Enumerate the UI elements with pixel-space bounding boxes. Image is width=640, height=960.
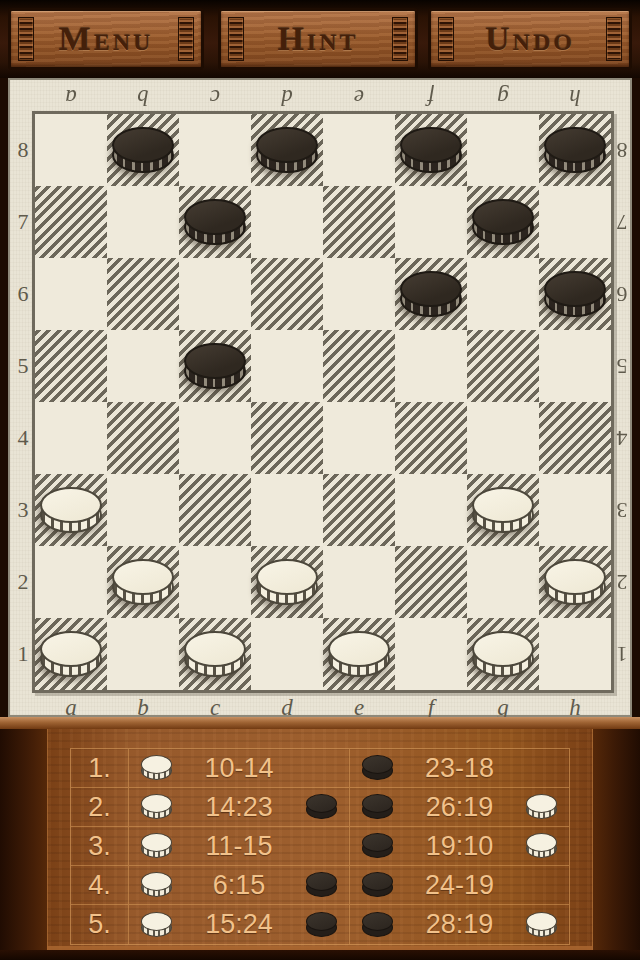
square-c7[interactable] xyxy=(179,186,251,258)
white-move-text: 6:15 xyxy=(172,870,306,901)
square-f4[interactable] xyxy=(395,402,467,474)
white-checker-piece[interactable] xyxy=(472,631,534,677)
black-checker-icon xyxy=(306,912,337,938)
square-d6[interactable] xyxy=(251,258,323,330)
white-checker-piece[interactable] xyxy=(112,559,174,605)
square-f8[interactable] xyxy=(395,114,467,186)
square-h3 xyxy=(539,474,611,546)
move-number: 2. xyxy=(71,788,129,827)
white-move-cell: 10-14 xyxy=(129,749,350,788)
black-checker-piece[interactable] xyxy=(184,343,246,389)
black-move-cell: 23-18 xyxy=(350,749,569,788)
square-e1[interactable] xyxy=(323,618,395,690)
square-c6 xyxy=(179,258,251,330)
coordinate-label: 2 xyxy=(612,546,632,618)
coordinate-label: f xyxy=(395,83,467,111)
coordinate-label: b xyxy=(107,83,179,111)
square-a7[interactable] xyxy=(35,186,107,258)
square-e2 xyxy=(323,546,395,618)
panel-right-trim xyxy=(593,729,640,950)
square-d8[interactable] xyxy=(251,114,323,186)
button-ornament-icon xyxy=(392,17,408,61)
coordinate-label: g xyxy=(467,83,539,111)
black-checker-piece[interactable] xyxy=(112,127,174,173)
square-c5[interactable] xyxy=(179,330,251,402)
black-move-cell: 19:10 xyxy=(350,827,569,866)
black-checker-icon xyxy=(362,872,393,898)
white-move-text: 14:23 xyxy=(172,792,306,823)
square-a5[interactable] xyxy=(35,330,107,402)
white-move-text: 11-15 xyxy=(172,831,306,862)
white-checker-icon xyxy=(141,912,172,938)
square-a3[interactable] xyxy=(35,474,107,546)
square-f1 xyxy=(395,618,467,690)
white-checker-piece[interactable] xyxy=(40,487,102,533)
button-ornament-icon xyxy=(18,17,34,61)
coordinate-label: 8 xyxy=(13,114,33,186)
square-h2[interactable] xyxy=(539,546,611,618)
file-labels-top: abcdefgh xyxy=(35,83,611,111)
coordinate-label: 6 xyxy=(13,258,33,330)
black-move-text: 24-19 xyxy=(393,870,526,901)
menu-button[interactable]: Menu xyxy=(8,8,204,70)
square-e6 xyxy=(323,258,395,330)
black-checker-icon xyxy=(362,755,393,781)
square-a4 xyxy=(35,402,107,474)
square-b1 xyxy=(107,618,179,690)
move-number: 3. xyxy=(71,827,129,866)
coordinate-label: 6 xyxy=(612,258,632,330)
board-frame xyxy=(32,111,614,693)
black-move-cell: 26:19 xyxy=(350,788,569,827)
square-g4 xyxy=(467,402,539,474)
square-g7[interactable] xyxy=(467,186,539,258)
square-e7[interactable] xyxy=(323,186,395,258)
square-d5 xyxy=(251,330,323,402)
square-h6[interactable] xyxy=(539,258,611,330)
black-checker-piece[interactable] xyxy=(400,127,462,173)
coordinate-label: e xyxy=(323,83,395,111)
button-ornament-icon xyxy=(178,17,194,61)
square-h4[interactable] xyxy=(539,402,611,474)
square-a8 xyxy=(35,114,107,186)
square-g3[interactable] xyxy=(467,474,539,546)
button-ornament-icon xyxy=(438,17,454,61)
white-checker-piece[interactable] xyxy=(40,631,102,677)
toolbar: Menu Hint Undo xyxy=(0,0,640,78)
move-number: 5. xyxy=(71,905,129,944)
square-b3 xyxy=(107,474,179,546)
square-f6[interactable] xyxy=(395,258,467,330)
white-checker-icon xyxy=(141,833,172,859)
coordinate-label: 1 xyxy=(612,618,632,690)
square-b8[interactable] xyxy=(107,114,179,186)
square-f7 xyxy=(395,186,467,258)
square-g8 xyxy=(467,114,539,186)
black-checker-piece[interactable] xyxy=(184,199,246,245)
black-checker-icon xyxy=(306,794,337,820)
white-checker-piece[interactable] xyxy=(256,559,318,605)
move-number: 1. xyxy=(71,749,129,788)
white-move-cell: 11-15 xyxy=(129,827,350,866)
coordinate-label: 5 xyxy=(612,330,632,402)
square-c8 xyxy=(179,114,251,186)
square-d1 xyxy=(251,618,323,690)
black-move-text: 19:10 xyxy=(393,831,526,862)
coordinate-label: d xyxy=(251,83,323,111)
board-grid xyxy=(35,114,611,690)
coordinate-label: 5 xyxy=(13,330,33,402)
square-b4[interactable] xyxy=(107,402,179,474)
square-a6 xyxy=(35,258,107,330)
square-c4 xyxy=(179,402,251,474)
black-checker-piece[interactable] xyxy=(472,199,534,245)
square-f3 xyxy=(395,474,467,546)
app-screen: Menu Hint Undo abcdefgh abcdefgh 8765432… xyxy=(0,0,640,960)
square-d7 xyxy=(251,186,323,258)
white-checker-piece[interactable] xyxy=(544,559,606,605)
white-move-text: 10-14 xyxy=(172,753,306,784)
white-checker-icon xyxy=(141,872,172,898)
coordinate-label: h xyxy=(539,83,611,111)
black-move-cell: 24-19 xyxy=(350,866,569,905)
square-g6 xyxy=(467,258,539,330)
black-checker-icon xyxy=(306,872,337,898)
black-move-cell: 28:19 xyxy=(350,905,569,944)
square-d3 xyxy=(251,474,323,546)
move-list-table: 1.10-1423-182.14:2326:193.11-1519:104.6:… xyxy=(70,748,570,945)
black-checker-piece[interactable] xyxy=(256,127,318,173)
white-checker-icon xyxy=(526,912,557,938)
square-d2[interactable] xyxy=(251,546,323,618)
undo-button-label: Undo xyxy=(431,11,629,67)
square-g2 xyxy=(467,546,539,618)
square-h7 xyxy=(539,186,611,258)
board-panel: abcdefgh abcdefgh 87654321 87654321 xyxy=(8,78,632,717)
move-history-panel: 1.10-1423-182.14:2326:193.11-1519:104.6:… xyxy=(0,717,640,960)
white-checker-icon xyxy=(141,794,172,820)
square-h1 xyxy=(539,618,611,690)
coordinate-label: 1 xyxy=(13,618,33,690)
black-checker-piece[interactable] xyxy=(400,271,462,317)
square-a2 xyxy=(35,546,107,618)
black-checker-icon xyxy=(362,833,393,859)
black-checker-icon xyxy=(362,912,393,938)
panel-top-trim xyxy=(0,717,640,729)
square-c3[interactable] xyxy=(179,474,251,546)
square-g5[interactable] xyxy=(467,330,539,402)
square-g1[interactable] xyxy=(467,618,539,690)
square-c2 xyxy=(179,546,251,618)
black-checker-piece[interactable] xyxy=(544,271,606,317)
white-checker-piece[interactable] xyxy=(328,631,390,677)
coordinate-label: 7 xyxy=(612,186,632,258)
square-b7 xyxy=(107,186,179,258)
coordinate-label: 4 xyxy=(612,402,632,474)
square-c1[interactable] xyxy=(179,618,251,690)
white-move-cell: 15:24 xyxy=(129,905,350,944)
coordinate-label: 4 xyxy=(13,402,33,474)
white-checker-icon xyxy=(141,755,172,781)
square-f2[interactable] xyxy=(395,546,467,618)
coordinate-label: 2 xyxy=(13,546,33,618)
square-e4 xyxy=(323,402,395,474)
square-h5 xyxy=(539,330,611,402)
square-a1[interactable] xyxy=(35,618,107,690)
panel-left-trim xyxy=(0,729,47,950)
button-ornament-icon xyxy=(228,17,244,61)
square-f5 xyxy=(395,330,467,402)
white-checker-icon xyxy=(526,833,557,859)
screen-bottom-edge xyxy=(0,950,640,960)
black-move-text: 23-18 xyxy=(393,753,526,784)
black-move-text: 28:19 xyxy=(393,909,526,940)
white-checker-icon xyxy=(526,794,557,820)
square-e5[interactable] xyxy=(323,330,395,402)
white-checker-piece[interactable] xyxy=(184,631,246,677)
black-move-text: 26:19 xyxy=(393,792,526,823)
square-b5 xyxy=(107,330,179,402)
white-checker-piece[interactable] xyxy=(472,487,534,533)
coordinate-label: c xyxy=(179,83,251,111)
black-checker-piece[interactable] xyxy=(544,127,606,173)
hint-button[interactable]: Hint xyxy=(218,8,418,70)
white-move-cell: 14:23 xyxy=(129,788,350,827)
black-checker-icon xyxy=(362,794,393,820)
square-b6[interactable] xyxy=(107,258,179,330)
white-move-text: 15:24 xyxy=(172,909,306,940)
square-h8[interactable] xyxy=(539,114,611,186)
undo-button[interactable]: Undo xyxy=(428,8,632,70)
menu-button-label: Menu xyxy=(11,11,201,67)
square-d4[interactable] xyxy=(251,402,323,474)
white-move-cell: 6:15 xyxy=(129,866,350,905)
button-ornament-icon xyxy=(606,17,622,61)
square-e8 xyxy=(323,114,395,186)
hint-button-label: Hint xyxy=(221,11,415,67)
coordinate-label: 8 xyxy=(612,114,632,186)
square-e3[interactable] xyxy=(323,474,395,546)
coordinate-label: 7 xyxy=(13,186,33,258)
coordinate-label: 3 xyxy=(612,474,632,546)
square-b2[interactable] xyxy=(107,546,179,618)
move-number: 4. xyxy=(71,866,129,905)
coordinate-label: a xyxy=(35,83,107,111)
rank-labels-left: 87654321 xyxy=(13,114,33,690)
coordinate-label: 3 xyxy=(13,474,33,546)
rank-labels-right: 87654321 xyxy=(612,114,632,690)
